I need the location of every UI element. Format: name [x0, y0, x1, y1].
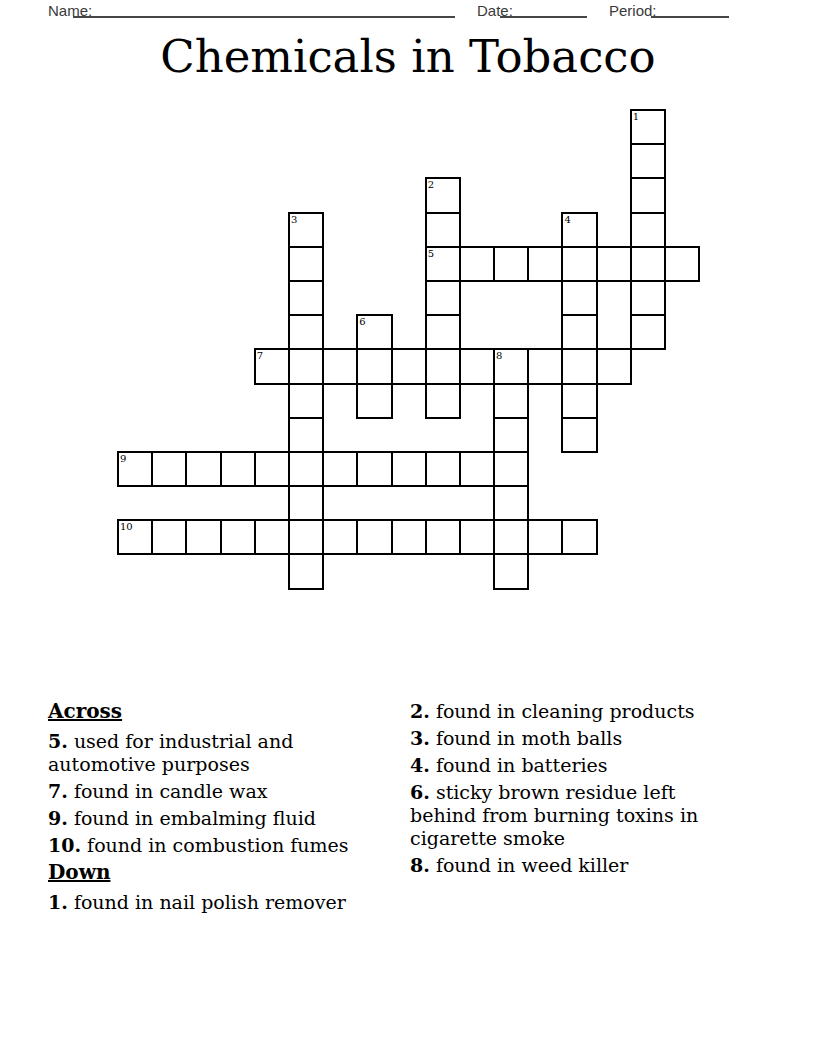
date-blank-line: [500, 16, 587, 18]
cell-r4c15[interactable]: [631, 247, 665, 281]
cell-r8c13[interactable]: [562, 384, 596, 418]
cell-r6c9[interactable]: [426, 315, 460, 349]
cell-r12c2[interactable]: [186, 520, 220, 554]
across-clue-5: 5. used for industrial and automotive pu…: [48, 730, 358, 776]
across-clue-7: 7. found in candle wax: [48, 780, 358, 803]
name-blank-line: [73, 16, 455, 18]
cell-r4c5[interactable]: [289, 247, 323, 281]
worksheet-page: Name: Date: Period: Chemicals in Tobacco…: [0, 0, 816, 1056]
down-clue-number-2: 2.: [410, 700, 430, 722]
across-clue-10: 10. found in combustion fumes: [48, 834, 358, 857]
down-clue-6: 6. sticky brown residue left behind from…: [410, 781, 742, 850]
page-title: Chemicals in Tobacco: [0, 31, 816, 83]
down-clue-number-1: 1.: [48, 891, 68, 913]
cell-r6c15[interactable]: [631, 315, 665, 349]
cell-r7c6[interactable]: [323, 349, 357, 383]
cell-number-4: 4: [564, 214, 570, 225]
cell-r12c13[interactable]: [562, 520, 596, 554]
cell-r10c5[interactable]: [289, 452, 323, 486]
cell-number-8: 8: [496, 350, 502, 361]
down-clue-4: 4. found in batteries: [410, 754, 742, 777]
cell-r10c10[interactable]: [460, 452, 494, 486]
across-clue-number-5: 5.: [48, 730, 68, 752]
cell-r6c7[interactable]: 6: [357, 315, 391, 349]
cell-r7c9[interactable]: [426, 349, 460, 383]
down-clue-number-8: 8.: [410, 854, 430, 876]
cell-r12c4[interactable]: [255, 520, 289, 554]
cell-r5c9[interactable]: [426, 281, 460, 315]
period-label: Period:: [609, 2, 657, 19]
cell-r7c8[interactable]: [392, 349, 426, 383]
cell-r10c4[interactable]: [255, 452, 289, 486]
cell-r7c5[interactable]: [289, 349, 323, 383]
cell-r5c13[interactable]: [562, 281, 596, 315]
cell-r10c8[interactable]: [392, 452, 426, 486]
cell-r12c3[interactable]: [221, 520, 255, 554]
cell-r10c7[interactable]: [357, 452, 391, 486]
cell-r5c15[interactable]: [631, 281, 665, 315]
down-clue-number-6: 6.: [410, 781, 430, 803]
down-clue-2: 2. found in cleaning products: [410, 700, 742, 723]
cell-r0c15[interactable]: 1: [631, 110, 665, 144]
down-clue-1: 1. found in nail polish remover: [48, 891, 358, 914]
cell-r10c0[interactable]: 9: [118, 452, 152, 486]
cell-r12c9[interactable]: [426, 520, 460, 554]
cell-r3c5[interactable]: 3: [289, 213, 323, 247]
cell-r7c10[interactable]: [460, 349, 494, 383]
cell-r9c5[interactable]: [289, 418, 323, 452]
cell-r4c12[interactable]: [528, 247, 562, 281]
cell-r2c15[interactable]: [631, 178, 665, 212]
cell-r8c11[interactable]: [494, 384, 528, 418]
period-blank-line: [651, 16, 729, 18]
cell-number-5: 5: [428, 248, 434, 259]
cell-r4c16[interactable]: [665, 247, 699, 281]
cell-r8c5[interactable]: [289, 384, 323, 418]
down-clue-number-3: 3.: [410, 727, 430, 749]
crossword-grid: 12345678910: [118, 110, 699, 589]
cell-r3c9[interactable]: [426, 213, 460, 247]
cell-r12c1[interactable]: [152, 520, 186, 554]
cell-r7c11[interactable]: 8: [494, 349, 528, 383]
cell-r1c15[interactable]: [631, 144, 665, 178]
cell-r13c11[interactable]: [494, 554, 528, 588]
cell-r7c14[interactable]: [597, 349, 631, 383]
cell-r6c13[interactable]: [562, 315, 596, 349]
down-heading: Down: [48, 861, 358, 884]
cell-r4c11[interactable]: [494, 247, 528, 281]
cell-r12c7[interactable]: [357, 520, 391, 554]
cell-r10c3[interactable]: [221, 452, 255, 486]
cell-r10c9[interactable]: [426, 452, 460, 486]
cell-r12c0[interactable]: 10: [118, 520, 152, 554]
cell-r10c11[interactable]: [494, 452, 528, 486]
cell-r9c13[interactable]: [562, 418, 596, 452]
cell-r10c2[interactable]: [186, 452, 220, 486]
cell-r3c15[interactable]: [631, 213, 665, 247]
cell-r11c11[interactable]: [494, 486, 528, 520]
cell-r5c5[interactable]: [289, 281, 323, 315]
cell-r4c10[interactable]: [460, 247, 494, 281]
cell-r12c5[interactable]: [289, 520, 323, 554]
cell-r4c14[interactable]: [597, 247, 631, 281]
cell-r6c5[interactable]: [289, 315, 323, 349]
cell-r4c13[interactable]: [562, 247, 596, 281]
cell-r2c9[interactable]: 2: [426, 178, 460, 212]
down-clue-8: 8. found in weed killer: [410, 854, 742, 877]
cell-number-10: 10: [120, 521, 133, 532]
clues-column-right: 2. found in cleaning products3. found in…: [410, 700, 742, 881]
cell-r12c8[interactable]: [392, 520, 426, 554]
cell-r12c12[interactable]: [528, 520, 562, 554]
cell-r12c11[interactable]: [494, 520, 528, 554]
cell-r4c9[interactable]: 5: [426, 247, 460, 281]
cell-r12c6[interactable]: [323, 520, 357, 554]
cell-r11c5[interactable]: [289, 486, 323, 520]
cell-r9c11[interactable]: [494, 418, 528, 452]
cell-r7c13[interactable]: [562, 349, 596, 383]
cell-r8c7[interactable]: [357, 384, 391, 418]
across-clue-number-7: 7.: [48, 780, 68, 802]
across-clue-number-10: 10.: [48, 834, 81, 856]
cell-number-3: 3: [291, 214, 297, 225]
down-clue-3: 3. found in moth balls: [410, 727, 742, 750]
cell-r8c9[interactable]: [426, 384, 460, 418]
cell-number-1: 1: [633, 111, 639, 122]
clues-column-left: Across5. used for industrial and automot…: [48, 700, 358, 918]
cell-r7c4[interactable]: 7: [255, 349, 289, 383]
cell-r7c7[interactable]: [357, 349, 391, 383]
cell-r13c5[interactable]: [289, 554, 323, 588]
cell-r10c1[interactable]: [152, 452, 186, 486]
across-clue-9: 9. found in embalming fluid: [48, 807, 358, 830]
cell-r7c12[interactable]: [528, 349, 562, 383]
across-clue-number-9: 9.: [48, 807, 68, 829]
down-clue-number-4: 4.: [410, 754, 430, 776]
cell-number-2: 2: [428, 179, 434, 190]
cell-number-7: 7: [257, 350, 263, 361]
cell-number-6: 6: [359, 316, 365, 327]
cell-r12c10[interactable]: [460, 520, 494, 554]
cell-r10c6[interactable]: [323, 452, 357, 486]
cell-r3c13[interactable]: 4: [562, 213, 596, 247]
across-heading: Across: [48, 700, 358, 723]
cell-number-9: 9: [120, 453, 126, 464]
